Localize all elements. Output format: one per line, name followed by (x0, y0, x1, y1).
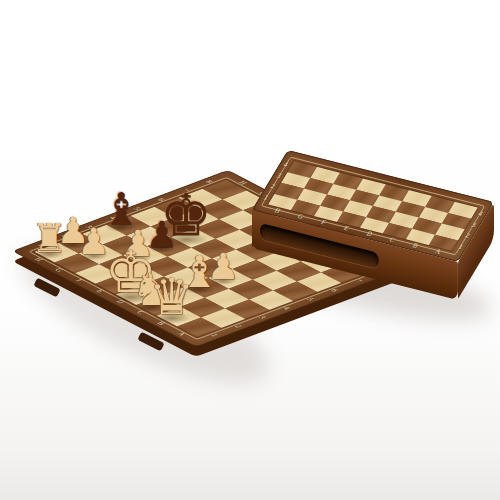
product-photo-scene: HHGGFFEEDDCCBBAA8877665544332211 HGFEDCB… (0, 0, 500, 500)
chess-pieces-layer: ♚♛♞♜♝♟♟♟♟♚♝♟ (0, 0, 500, 500)
white-rook[interactable]: ♜ (31, 218, 67, 258)
white-queen[interactable]: ♛ (149, 272, 194, 322)
